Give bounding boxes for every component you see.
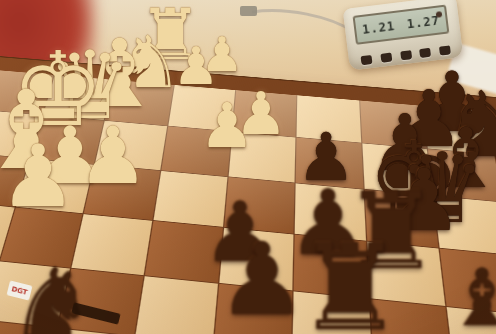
square-e4[interactable] [135,276,217,334]
clock-button[interactable] [380,53,392,63]
clock-button[interactable] [400,50,412,60]
clock-flag-icon [436,11,443,18]
clock-button[interactable] [361,55,373,65]
piece-white-pawn-e2[interactable]: ♟ [0,133,77,219]
dgt-logo-text: DGT [11,285,29,297]
piece-black-pawn-h6[interactable]: ♟ [217,230,307,330]
captured-black-bishop[interactable]: ♝ [447,259,496,334]
piece-white-pawn-e3[interactable]: ♟ [78,117,149,196]
clock-time-left: 1.21 [361,18,395,36]
piece-white-pawn-d5[interactable]: ♟ [199,95,255,157]
photo-scene: 1.21 1.27 DGT ♚♛♝♞♜♝♟♟♟♟♟♟♟♟♟♟♟♞♝♚♛♟♟♜♟♟… [0,0,496,334]
piece-black-rook-h7[interactable]: ♜ [297,229,404,334]
